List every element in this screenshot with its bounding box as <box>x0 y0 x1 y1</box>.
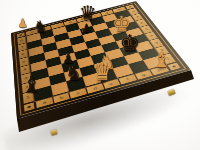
piece-black-knight-b8[interactable]: ♞ <box>33 19 47 35</box>
piece-white-bishop-h1[interactable]: ♝ <box>152 49 171 70</box>
piece-black-knight-c2[interactable]: ♞ <box>65 63 82 82</box>
piece-black-bishop-a1[interactable]: ♝ <box>21 72 41 95</box>
chess-set-photo: abcdefgh abcdefgh 87654321 87654321 ♟♞♛♟… <box>0 0 200 150</box>
piece-black-pawn-e7[interactable]: ♟ <box>81 23 91 35</box>
piece-white-pawn-a8[interactable]: ♟ <box>18 17 28 29</box>
piece-black-king-g3[interactable]: ♚ <box>119 33 140 56</box>
piece-white-queen-e1[interactable]: ♛ <box>92 61 113 84</box>
